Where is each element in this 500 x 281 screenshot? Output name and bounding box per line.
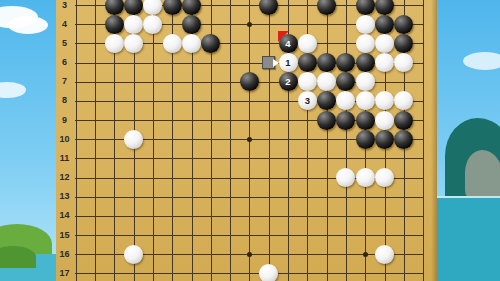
stone-white-move-3[interactable]: 3 [298,91,317,110]
stone-black[interactable] [182,0,201,15]
grid-vline [153,0,154,281]
cursor-arrow-icon [273,59,279,67]
stone-black[interactable] [356,53,375,72]
stone-white[interactable] [356,168,375,187]
stone-black[interactable] [394,111,413,130]
row-label-3: 3 [56,0,73,11]
stone-black[interactable] [356,111,375,130]
background-right-sky [437,0,500,281]
stone-black[interactable] [163,0,182,15]
stone-white[interactable] [182,34,201,53]
stone-white[interactable] [394,91,413,110]
row-label-15: 15 [56,230,73,241]
row-label-10: 10 [56,134,73,145]
cloud-icon [0,82,26,98]
move-number: 2 [285,76,290,87]
stone-black[interactable] [317,111,336,130]
stone-white[interactable] [356,34,375,53]
grid-hline [75,197,423,198]
stone-white[interactable] [394,53,413,72]
stone-white[interactable] [356,91,375,110]
stone-white[interactable] [124,15,143,34]
stone-white[interactable] [336,168,355,187]
grid-hline [75,216,423,217]
stone-black[interactable] [336,111,355,130]
stone-white[interactable] [336,91,355,110]
move-number: 4 [285,38,290,49]
stone-black[interactable] [356,130,375,149]
row-label-13: 13 [56,191,73,202]
stone-white[interactable] [259,264,278,281]
app-viewport: 34567891011121314151617 4123 [0,0,500,281]
grid-hline [75,273,423,274]
stone-white[interactable] [298,34,317,53]
background-left-sky [0,0,56,281]
star-point [247,252,252,257]
rock [465,150,500,200]
star-point [247,137,252,142]
stone-white[interactable] [375,168,394,187]
board-edge-shadow [431,0,437,281]
stone-white-move-1[interactable]: 1 [279,53,298,72]
row-label-14: 14 [56,210,73,221]
grid-vline [76,0,77,281]
grid-hline [75,158,423,159]
stone-white[interactable] [356,15,375,34]
stone-black[interactable] [336,72,355,91]
cloud-icon [463,52,500,70]
stone-black[interactable] [336,53,355,72]
stone-white[interactable] [163,34,182,53]
stone-white[interactable] [105,34,124,53]
stone-white[interactable] [298,72,317,91]
stone-black[interactable] [317,0,336,15]
stone-black[interactable] [356,0,375,15]
row-label-8: 8 [56,95,73,106]
stone-black[interactable] [375,0,394,15]
stone-black[interactable] [201,34,220,53]
stone-black[interactable] [124,0,143,15]
water-right [437,196,500,281]
stone-white[interactable] [124,34,143,53]
row-label-11: 11 [56,153,73,164]
stone-white[interactable] [317,72,336,91]
row-label-4: 4 [56,19,73,30]
stone-white[interactable] [124,130,143,149]
stone-black[interactable] [259,0,278,15]
cursor-marker [262,56,275,69]
stone-black[interactable] [394,15,413,34]
grid-hline [75,235,423,236]
grid-vline [95,0,96,281]
row-label-17: 17 [56,268,73,279]
stone-black[interactable] [298,53,317,72]
stone-white[interactable] [375,53,394,72]
grass-hill [0,246,36,268]
grid-vline [327,0,328,281]
stone-black[interactable] [317,91,336,110]
move-number: 1 [285,57,290,68]
stone-black[interactable] [182,15,201,34]
star-point [363,252,368,257]
stone-white[interactable] [124,245,143,264]
stone-white[interactable] [375,91,394,110]
stone-black[interactable] [240,72,259,91]
stone-black[interactable] [394,34,413,53]
stone-white[interactable] [143,0,162,15]
grid-vline [346,0,347,281]
move-number: 3 [305,95,310,106]
grid-vline [269,0,270,281]
go-board[interactable]: 34567891011121314151617 4123 [56,0,437,281]
stone-black[interactable] [105,15,124,34]
stone-white[interactable] [375,34,394,53]
stone-black-move-4[interactable]: 4 [279,34,298,53]
grid-vline [423,0,424,281]
stone-white[interactable] [356,72,375,91]
stone-black[interactable] [375,130,394,149]
grid-vline [230,0,231,281]
star-point [247,22,252,27]
row-label-5: 5 [56,38,73,49]
stone-white[interactable] [375,111,394,130]
cloud-icon [8,16,48,34]
stone-black[interactable] [317,53,336,72]
row-label-7: 7 [56,76,73,87]
stone-white[interactable] [143,15,162,34]
stone-black[interactable] [375,15,394,34]
stone-black-move-2[interactable]: 2 [279,72,298,91]
row-label-12: 12 [56,172,73,183]
row-label-16: 16 [56,249,73,260]
row-label-6: 6 [56,57,73,68]
stone-white[interactable] [375,245,394,264]
stone-black[interactable] [105,0,124,15]
stone-black[interactable] [394,130,413,149]
row-label-9: 9 [56,115,73,126]
